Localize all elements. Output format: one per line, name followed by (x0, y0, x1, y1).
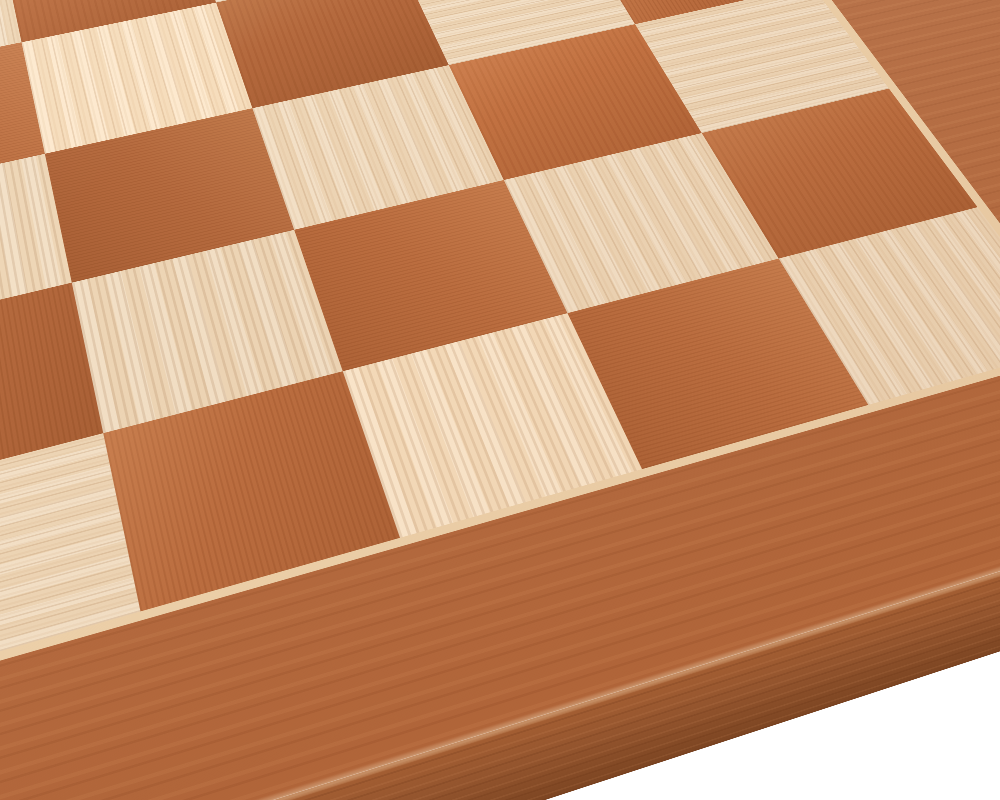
photo-background (0, 0, 1000, 800)
